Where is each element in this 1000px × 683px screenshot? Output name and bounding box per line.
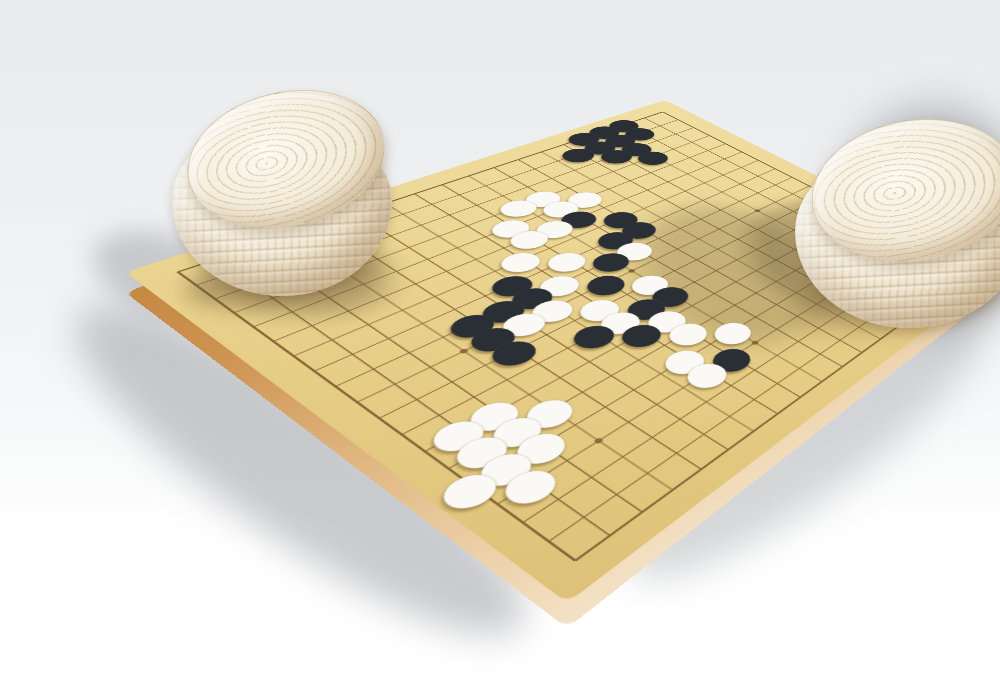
black-stone-bowl-right <box>795 122 1000 332</box>
white-stone-bowl-left <box>172 92 396 298</box>
go-scene: ●●●●●●●●●●●●●●●●●●●●●●●●●●●●●●●●●●●●●●●●… <box>0 0 1000 683</box>
